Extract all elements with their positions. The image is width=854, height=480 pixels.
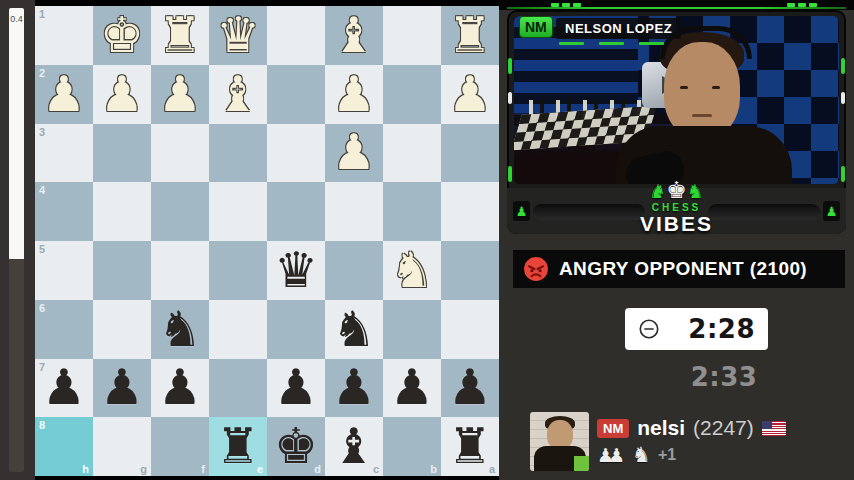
pawn-white[interactable]: ♟ xyxy=(441,65,499,124)
stream-panel: NM NELSON LOPEZ ♟ ♟ ♞♚♞ CHESS VIBES xyxy=(499,0,854,480)
square-e2[interactable]: ♝ xyxy=(209,65,267,124)
file-label: g xyxy=(140,463,147,475)
logo-text-vibes: VIBES xyxy=(607,213,747,234)
knight-logo-icon: ♞ xyxy=(649,182,666,201)
pawn-black[interactable]: ♟ xyxy=(441,359,499,418)
square-h2[interactable]: 2♟ xyxy=(35,65,93,124)
square-a3[interactable] xyxy=(441,124,499,183)
pawn-black[interactable]: ♟ xyxy=(93,359,151,418)
accent-dashes-right xyxy=(787,3,817,7)
square-b2[interactable] xyxy=(383,65,441,124)
square-c7[interactable]: ♟ xyxy=(325,359,383,418)
green-pawn-icon: ♟ xyxy=(823,201,840,221)
eval-track: 0.4 xyxy=(9,8,24,472)
opponent-banner: ANGRY OPPONENT (2100) xyxy=(513,250,845,288)
webcam-frame: NM NELSON LOPEZ ♟ ♟ ♞♚♞ CHESS VIBES xyxy=(507,10,846,234)
king-logo-icon: ♚ xyxy=(666,177,687,203)
square-f7[interactable]: ♟ xyxy=(151,359,209,418)
green-pawn-icon: ♟ xyxy=(513,201,530,221)
pawn-white[interactable]: ♟ xyxy=(93,65,151,124)
player-clock: 2:33 xyxy=(669,362,779,392)
square-h3[interactable]: 3 xyxy=(35,124,93,183)
king-black[interactable]: ♚ xyxy=(267,417,325,476)
eval-bar: 0.4 xyxy=(0,0,35,480)
rook-white[interactable]: ♜ xyxy=(151,6,209,65)
square-a5[interactable] xyxy=(441,241,499,300)
bishop-white[interactable]: ♝ xyxy=(209,65,267,124)
pawn-black[interactable]: ♟ xyxy=(151,359,209,418)
square-d4[interactable] xyxy=(267,182,325,241)
queen-white[interactable]: ♛ xyxy=(209,6,267,65)
square-a8[interactable]: a♜ xyxy=(441,417,499,476)
square-d8[interactable]: d♚ xyxy=(267,417,325,476)
square-h4[interactable]: 4 xyxy=(35,182,93,241)
pawn-black[interactable]: ♟ xyxy=(325,359,383,418)
minus-circle-icon xyxy=(638,318,660,340)
square-f3[interactable] xyxy=(151,124,209,183)
square-b7[interactable]: ♟ xyxy=(383,359,441,418)
square-c5[interactable] xyxy=(325,241,383,300)
square-e4[interactable] xyxy=(209,182,267,241)
square-h7[interactable]: 7♟ xyxy=(35,359,93,418)
square-g1[interactable]: ♚ xyxy=(93,6,151,65)
player-avatar[interactable] xyxy=(530,412,589,471)
square-d3[interactable] xyxy=(267,124,325,183)
square-g2[interactable]: ♟ xyxy=(93,65,151,124)
rank-label: 4 xyxy=(39,184,45,196)
square-b1[interactable] xyxy=(383,6,441,65)
badge-underline-dashes xyxy=(559,42,664,45)
square-b4[interactable] xyxy=(383,182,441,241)
rook-white[interactable]: ♜ xyxy=(441,6,499,65)
square-d6[interactable] xyxy=(267,300,325,359)
square-a6[interactable] xyxy=(441,300,499,359)
streamer-face xyxy=(664,42,740,138)
player-info-row: NM nelsi (2247) ♟♟ ♞ +1 xyxy=(530,412,786,471)
square-c3[interactable]: ♟ xyxy=(325,124,383,183)
square-c6[interactable]: ♞ xyxy=(325,300,383,359)
square-a2[interactable]: ♟ xyxy=(441,65,499,124)
square-f5[interactable] xyxy=(151,241,209,300)
square-h6[interactable]: 6 xyxy=(35,300,93,359)
pawn-black[interactable]: ♟ xyxy=(383,359,441,418)
pawn-black[interactable]: ♟ xyxy=(267,359,325,418)
square-e5[interactable] xyxy=(209,241,267,300)
square-g5[interactable] xyxy=(93,241,151,300)
pawn-black[interactable]: ♟ xyxy=(35,359,93,418)
file-label: f xyxy=(201,463,205,475)
rank-label: 3 xyxy=(39,126,45,138)
material-advantage: +1 xyxy=(658,446,676,464)
square-b8[interactable]: b xyxy=(383,417,441,476)
pawn-white[interactable]: ♟ xyxy=(35,65,93,124)
square-d2[interactable] xyxy=(267,65,325,124)
opponent-time: 2:28 xyxy=(688,314,755,344)
bishop-black[interactable]: ♝ xyxy=(325,417,383,476)
rank-label: 5 xyxy=(39,243,45,255)
player-rating: (2247) xyxy=(693,416,754,440)
square-d1[interactable] xyxy=(267,6,325,65)
knight-black[interactable]: ♞ xyxy=(325,300,383,359)
pawn-white[interactable]: ♟ xyxy=(151,65,209,124)
square-b6[interactable] xyxy=(383,300,441,359)
square-e6[interactable] xyxy=(209,300,267,359)
rook-black[interactable]: ♜ xyxy=(209,417,267,476)
square-c8[interactable]: c♝ xyxy=(325,417,383,476)
square-c1[interactable]: ♝ xyxy=(325,6,383,65)
file-label: h xyxy=(82,463,89,475)
chess-board[interactable]: 1♚♜♛♝♜2♟♟♟♝♟♟3♟45♛♞6♞♞7♟♟♟♟♟♟♟8hgfe♜d♚c♝… xyxy=(35,6,499,476)
rank-label: 6 xyxy=(39,302,45,314)
eval-white-section: 0.4 xyxy=(9,8,24,259)
square-f8[interactable]: f xyxy=(151,417,209,476)
square-d7[interactable]: ♟ xyxy=(267,359,325,418)
bishop-white[interactable]: ♝ xyxy=(325,6,383,65)
rank-label: 8 xyxy=(39,419,45,431)
square-e8[interactable]: e♜ xyxy=(209,417,267,476)
king-white[interactable]: ♚ xyxy=(93,6,151,65)
square-f6[interactable]: ♞ xyxy=(151,300,209,359)
knight-logo-icon: ♞ xyxy=(687,182,704,201)
square-a7[interactable]: ♟ xyxy=(441,359,499,418)
square-h1[interactable]: 1 xyxy=(35,6,93,65)
square-f2[interactable]: ♟ xyxy=(151,65,209,124)
captured-pawns-icon: ♟♟ xyxy=(597,444,625,466)
eval-value: 0.4 xyxy=(9,14,24,24)
captured-knight-icon: ♞ xyxy=(632,443,651,467)
knight-black[interactable]: ♞ xyxy=(151,300,209,359)
square-c4[interactable] xyxy=(325,182,383,241)
rook-black[interactable]: ♜ xyxy=(441,417,499,476)
green-accent-line xyxy=(507,7,846,9)
square-g6[interactable] xyxy=(93,300,151,359)
queen-black[interactable]: ♛ xyxy=(267,241,325,300)
angry-emoji-icon xyxy=(523,256,549,282)
us-flag-icon xyxy=(762,421,786,436)
square-g8[interactable]: g xyxy=(93,417,151,476)
square-a4[interactable] xyxy=(441,182,499,241)
square-h5[interactable]: 5 xyxy=(35,241,93,300)
square-g4[interactable] xyxy=(93,182,151,241)
square-g3[interactable] xyxy=(93,124,151,183)
rank-label: 1 xyxy=(39,8,45,20)
square-d5[interactable]: ♛ xyxy=(267,241,325,300)
accent-dashes-left xyxy=(551,3,581,7)
square-h8[interactable]: 8h xyxy=(35,417,93,476)
file-label: b xyxy=(430,463,437,475)
square-f1[interactable]: ♜ xyxy=(151,6,209,65)
square-e1[interactable]: ♛ xyxy=(209,6,267,65)
square-e3[interactable] xyxy=(209,124,267,183)
pawn-white[interactable]: ♟ xyxy=(325,65,383,124)
stream-layout: 0.4 1♚♜♛♝♜2♟♟♟♝♟♟3♟45♛♞6♞♞7♟♟♟♟♟♟♟8hgfe♜… xyxy=(0,0,854,480)
player-title-badge: NM xyxy=(597,419,629,438)
knight-white[interactable]: ♞ xyxy=(383,241,441,300)
streamer-name: NELSON LOPEZ xyxy=(556,18,681,39)
pawn-white[interactable]: ♟ xyxy=(325,124,383,183)
opponent-clock: 2:28 xyxy=(625,308,768,350)
streamer-title-badge: NM xyxy=(519,16,553,38)
square-g7[interactable]: ♟ xyxy=(93,359,151,418)
square-c2[interactable]: ♟ xyxy=(325,65,383,124)
square-f4[interactable] xyxy=(151,182,209,241)
square-b3[interactable] xyxy=(383,124,441,183)
opponent-label: ANGRY OPPONENT (2100) xyxy=(559,258,807,280)
square-a1[interactable]: ♜ xyxy=(441,6,499,65)
player-name[interactable]: nelsi xyxy=(637,416,685,440)
online-status-dot xyxy=(574,456,589,471)
chess-vibes-logo: ♞♚♞ CHESS VIBES xyxy=(607,179,747,234)
square-e7[interactable] xyxy=(209,359,267,418)
square-b5[interactable]: ♞ xyxy=(383,241,441,300)
top-accent-bar xyxy=(499,0,854,10)
